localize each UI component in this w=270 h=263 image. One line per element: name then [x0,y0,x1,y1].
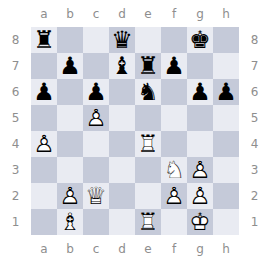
square-g6[interactable]: ♟ [187,79,213,105]
square-c7[interactable] [83,53,109,79]
square-a5[interactable] [31,105,57,131]
square-e4[interactable]: ♜♖ [135,131,161,157]
rank-label-3-right: 3 [239,157,270,183]
piece-white-N-f3: ♘ [161,157,187,183]
piece-black-r-e7: ♜ [135,53,161,79]
square-g2[interactable]: ♟♙ [187,183,213,209]
rank-label-4-left: 4 [0,131,31,157]
file-label-a-bottom: a [31,235,57,263]
square-c4[interactable] [83,131,109,157]
square-g8[interactable]: ♚ [187,27,213,53]
rank-label-7-right: 7 [239,53,270,79]
piece-white-K-g1: ♔ [187,209,213,235]
square-b4[interactable] [57,131,83,157]
piece-black-p-f7: ♟ [161,53,187,79]
white-piece-fill-e4: ♜ [135,131,161,157]
square-c1[interactable] [83,209,109,235]
square-b8[interactable] [57,27,83,53]
white-piece-fill-e1: ♜ [135,209,161,235]
square-c3[interactable] [83,157,109,183]
piece-black-p-b7: ♟ [57,53,83,79]
chess-diagram: abcdefgh 87654321 ♜♛♚♟♝♜♟♟♟♞♟♟♟♙♟♙♜♖♞♘♟♙… [0,0,270,263]
file-labels-bottom: abcdefgh [31,235,239,263]
square-h4[interactable] [213,131,239,157]
square-d8[interactable]: ♛ [109,27,135,53]
piece-black-r-a8: ♜ [31,27,57,53]
file-label-c-bottom: c [83,235,109,263]
square-e3[interactable] [135,157,161,183]
square-c8[interactable] [83,27,109,53]
square-d3[interactable] [109,157,135,183]
piece-black-p-g6: ♟ [187,79,213,105]
square-g4[interactable] [187,131,213,157]
piece-black-n-e6: ♞ [135,79,161,105]
square-f2[interactable]: ♟♙ [161,183,187,209]
square-e2[interactable] [135,183,161,209]
square-h6[interactable]: ♟ [213,79,239,105]
piece-white-R-e1: ♖ [135,209,161,235]
rank-label-3-left: 3 [0,157,31,183]
white-piece-fill-b2: ♟ [57,183,83,209]
piece-black-p-c6: ♟ [83,79,109,105]
file-label-c-top: c [83,0,109,27]
square-b6[interactable] [57,79,83,105]
square-a3[interactable] [31,157,57,183]
square-h8[interactable] [213,27,239,53]
square-d4[interactable] [109,131,135,157]
file-label-f-bottom: f [161,235,187,263]
square-c2[interactable]: ♛♕ [83,183,109,209]
file-label-b-bottom: b [57,235,83,263]
square-d1[interactable] [109,209,135,235]
square-f1[interactable] [161,209,187,235]
square-b1[interactable]: ♝♗ [57,209,83,235]
square-a4[interactable]: ♟♙ [31,131,57,157]
rank-label-6-left: 6 [0,79,31,105]
square-b3[interactable] [57,157,83,183]
square-a6[interactable]: ♟ [31,79,57,105]
rank-label-5-left: 5 [0,105,31,131]
rank-label-6-right: 6 [239,79,270,105]
square-f8[interactable] [161,27,187,53]
square-b5[interactable] [57,105,83,131]
square-f3[interactable]: ♞♘ [161,157,187,183]
white-piece-fill-g1: ♚ [187,209,213,235]
rank-labels-right: 87654321 [239,27,270,235]
rank-label-1-left: 1 [0,209,31,235]
piece-white-P-a4: ♙ [31,131,57,157]
chess-board: ♜♛♚♟♝♜♟♟♟♞♟♟♟♙♟♙♜♖♞♘♟♙♟♙♛♕♟♙♟♙♝♗♜♖♚♔ [31,27,239,235]
rank-labels-left: 87654321 [0,27,31,235]
piece-black-b-d7: ♝ [109,53,135,79]
square-h5[interactable] [213,105,239,131]
square-a7[interactable] [31,53,57,79]
square-g1[interactable]: ♚♔ [187,209,213,235]
white-piece-fill-g2: ♟ [187,183,213,209]
piece-black-k-g8: ♚ [187,27,213,53]
file-label-d-top: d [109,0,135,27]
rank-label-8-right: 8 [239,27,270,53]
white-piece-fill-c5: ♟ [83,105,109,131]
piece-white-P-g2: ♙ [187,183,213,209]
white-piece-fill-f2: ♟ [161,183,187,209]
white-piece-fill-g3: ♟ [187,157,213,183]
square-d5[interactable] [109,105,135,131]
square-a8[interactable]: ♜ [31,27,57,53]
square-e1[interactable]: ♜♖ [135,209,161,235]
piece-white-P-b2: ♙ [57,183,83,209]
square-f5[interactable] [161,105,187,131]
square-d6[interactable] [109,79,135,105]
file-label-h-top: h [213,0,239,27]
square-f6[interactable] [161,79,187,105]
square-c6[interactable]: ♟ [83,79,109,105]
file-label-g-bottom: g [187,235,213,263]
square-f7[interactable]: ♟ [161,53,187,79]
rank-label-2-left: 2 [0,183,31,209]
square-d2[interactable] [109,183,135,209]
file-label-f-top: f [161,0,187,27]
square-e5[interactable] [135,105,161,131]
piece-white-B-b1: ♗ [57,209,83,235]
piece-white-P-f2: ♙ [161,183,187,209]
square-h3[interactable] [213,157,239,183]
piece-white-P-c5: ♙ [83,105,109,131]
square-e8[interactable] [135,27,161,53]
rank-label-5-right: 5 [239,105,270,131]
square-a2[interactable] [31,183,57,209]
square-e7[interactable]: ♜ [135,53,161,79]
rank-label-2-right: 2 [239,183,270,209]
square-d7[interactable]: ♝ [109,53,135,79]
square-f4[interactable] [161,131,187,157]
piece-black-q-d8: ♛ [109,27,135,53]
piece-white-R-e4: ♖ [135,131,161,157]
square-g7[interactable] [187,53,213,79]
square-h1[interactable] [213,209,239,235]
square-h2[interactable] [213,183,239,209]
file-label-h-bottom: h [213,235,239,263]
file-labels-top: abcdefgh [31,0,239,27]
rank-label-4-right: 4 [239,131,270,157]
white-piece-fill-f3: ♞ [161,157,187,183]
file-label-d-bottom: d [109,235,135,263]
square-g5[interactable] [187,105,213,131]
file-label-e-bottom: e [135,235,161,263]
white-piece-fill-a4: ♟ [31,131,57,157]
rank-label-7-left: 7 [0,53,31,79]
square-e6[interactable]: ♞ [135,79,161,105]
square-g3[interactable]: ♟♙ [187,157,213,183]
square-b7[interactable]: ♟ [57,53,83,79]
piece-white-Q-c2: ♕ [83,183,109,209]
square-b2[interactable]: ♟♙ [57,183,83,209]
square-h7[interactable] [213,53,239,79]
file-label-e-top: e [135,0,161,27]
rank-label-1-right: 1 [239,209,270,235]
white-piece-fill-c2: ♛ [83,183,109,209]
file-label-g-top: g [187,0,213,27]
file-label-a-top: a [31,0,57,27]
square-c5[interactable]: ♟♙ [83,105,109,131]
piece-white-P-g3: ♙ [187,157,213,183]
piece-black-p-h6: ♟ [213,79,239,105]
piece-black-p-a6: ♟ [31,79,57,105]
file-label-b-top: b [57,0,83,27]
white-piece-fill-b1: ♝ [57,209,83,235]
square-a1[interactable] [31,209,57,235]
rank-label-8-left: 8 [0,27,31,53]
